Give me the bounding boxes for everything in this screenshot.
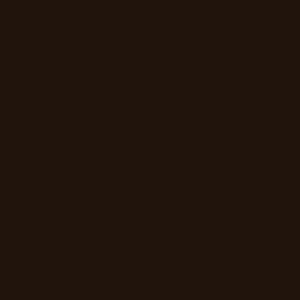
chess-board xyxy=(6,6,294,294)
chess-board-frame xyxy=(0,0,300,300)
